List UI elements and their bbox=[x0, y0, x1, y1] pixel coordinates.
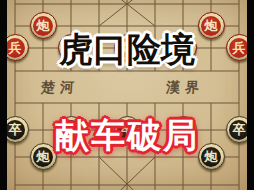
video-frame: 楚河 漢界 炮炮兵兵兵兵兵卒卒卒卒卒炮炮 虎口险境 献车破局 bbox=[0, 0, 254, 190]
letterbox-right bbox=[247, 0, 254, 190]
caption-top: 虎口险境 bbox=[0, 30, 254, 68]
piece-grid: 炮炮兵兵兵兵兵卒卒卒卒卒炮炮 bbox=[1, 0, 253, 190]
letterbox-left bbox=[0, 0, 7, 190]
caption-bottom: 献车破局 bbox=[0, 116, 254, 154]
